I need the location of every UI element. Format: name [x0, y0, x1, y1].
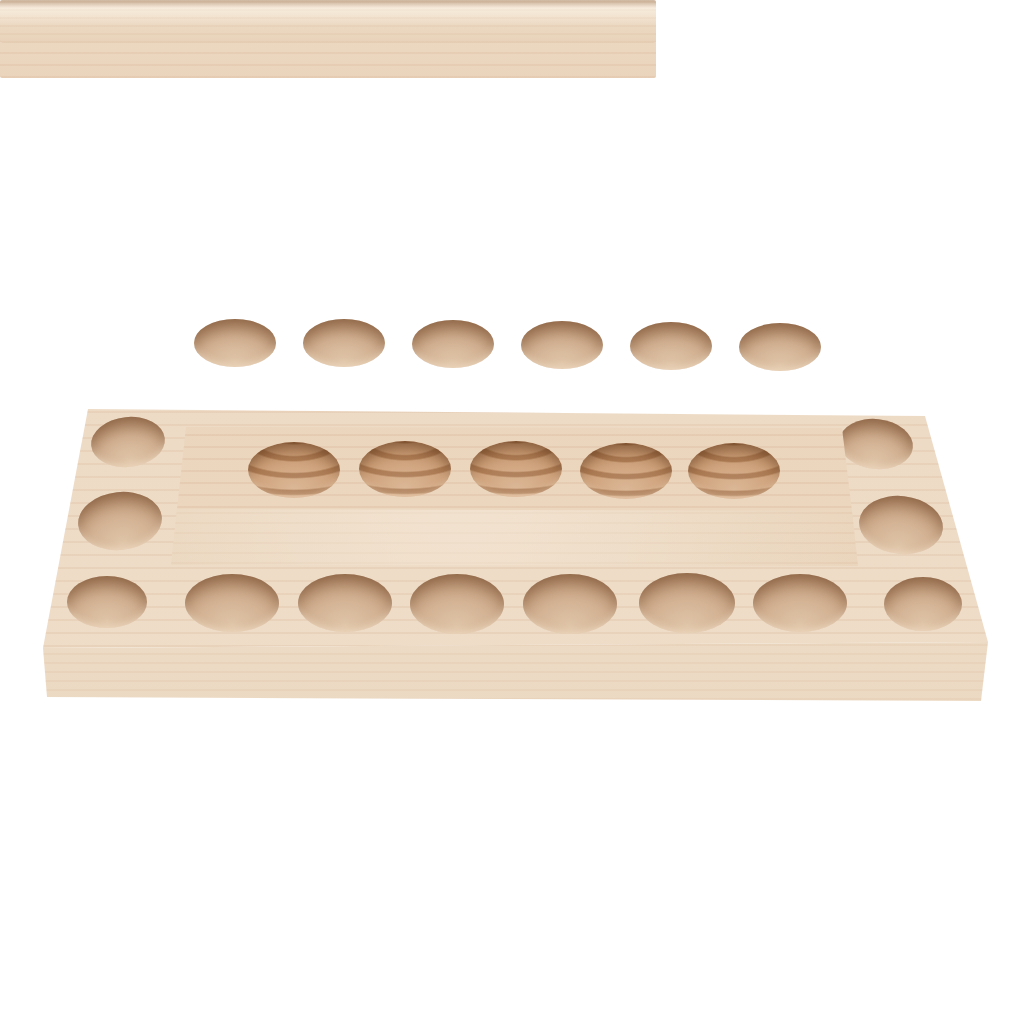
- pit-base-7: [523, 574, 617, 634]
- pit-middle-3: [470, 441, 562, 497]
- pit-base-6: [410, 574, 504, 634]
- pit-base-10: [884, 577, 962, 631]
- pit-base-3: [67, 576, 147, 628]
- pit-top-1: [194, 319, 276, 367]
- pit-middle-4: [580, 443, 672, 499]
- top-bar-front-face: [0, 0, 656, 43]
- wooden-tiered-pit-board: [0, 0, 1024, 1024]
- pit-middle-5: [688, 443, 780, 499]
- pit-base-4: [185, 574, 279, 632]
- pit-base-9: [753, 574, 847, 632]
- pit-top-6: [739, 323, 821, 371]
- pit-base-5: [298, 574, 392, 632]
- pit-base-8: [639, 573, 735, 633]
- pit-top-3: [412, 320, 494, 368]
- pit-top-2: [303, 319, 385, 367]
- pit-middle-2: [359, 441, 451, 497]
- pit-top-4: [521, 321, 603, 369]
- pit-middle-1: [248, 442, 340, 498]
- pit-top-5: [630, 322, 712, 370]
